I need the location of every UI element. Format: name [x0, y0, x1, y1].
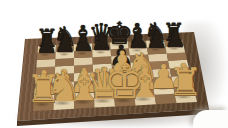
chess-pieces: ♜♞♝♛♚♝♞♜♟♟♟♟♟♟♟♟♟♞♟♟♟♟♟♟♟♜♞♝♛♚♝♜: [0, 0, 228, 128]
piece-white-rook-h1: ♜: [168, 63, 202, 101]
background-rounded-corner: [193, 110, 228, 128]
piece-white-bishop-f1: ♝: [126, 63, 163, 104]
piece-black-pawn-h7: ♟: [164, 27, 186, 52]
chessboard-product-photo: ♜♞♝♛♚♝♞♜♟♟♟♟♟♟♟♟♟♞♟♟♟♟♟♟♟♜♞♝♛♚♝♜: [0, 0, 228, 128]
